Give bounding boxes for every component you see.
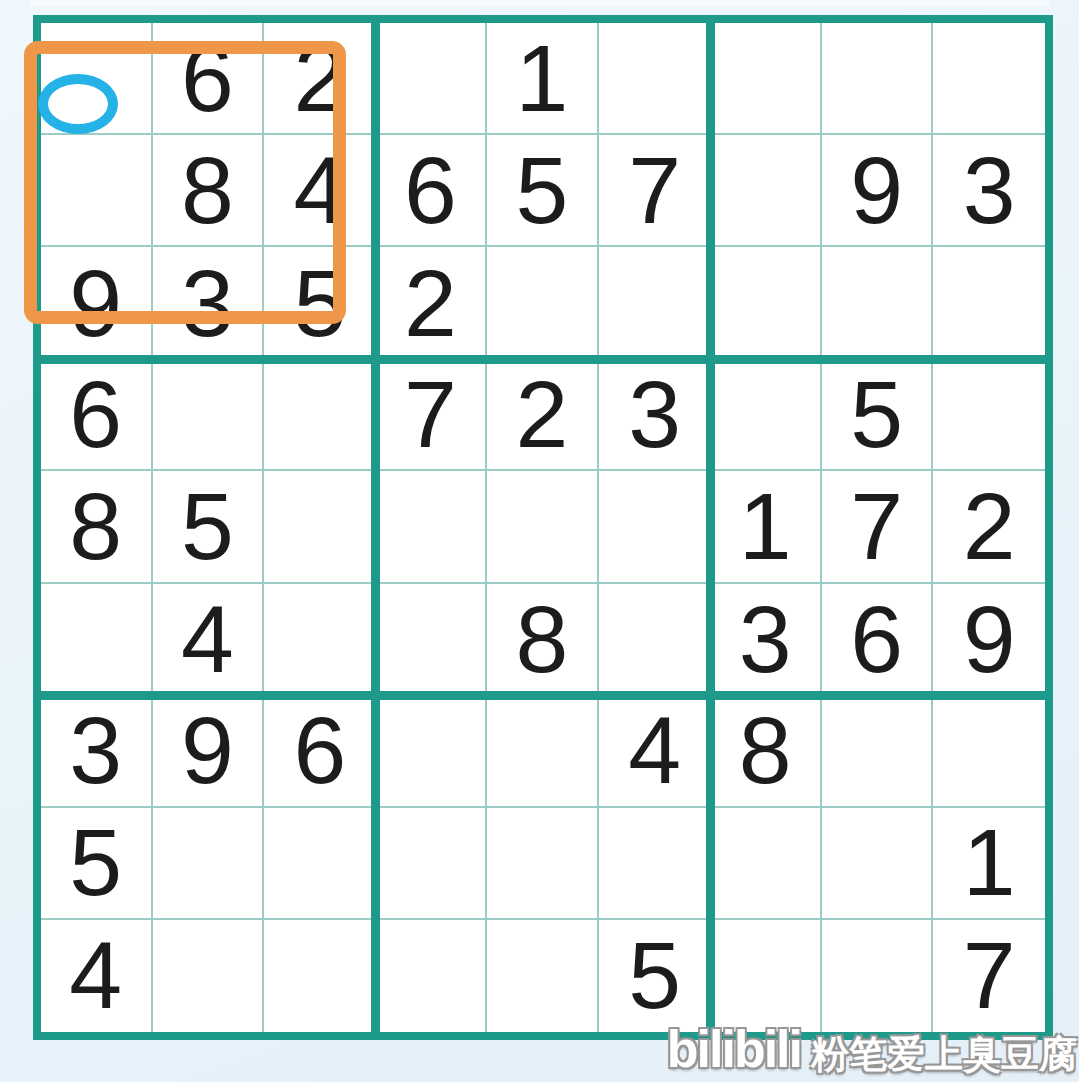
cell-r1c6[interactable] [599, 23, 711, 135]
cell-r4c6[interactable]: 3 [599, 359, 711, 471]
cell-r6c6[interactable] [599, 584, 711, 696]
cell-r7c5[interactable] [487, 696, 599, 808]
cell-r6c4[interactable] [376, 584, 488, 696]
cell-r6c8[interactable]: 6 [822, 584, 934, 696]
cell-r5c7[interactable]: 1 [710, 471, 822, 583]
cell-r9c9[interactable]: 7 [933, 920, 1045, 1032]
cell-r2c9[interactable]: 3 [933, 135, 1045, 247]
cell-r5c3[interactable] [264, 471, 376, 583]
cell-r4c8[interactable]: 5 [822, 359, 934, 471]
cell-r9c7[interactable] [710, 920, 822, 1032]
cell-r6c2[interactable]: 4 [153, 584, 265, 696]
cell-r9c6[interactable]: 5 [599, 920, 711, 1032]
cropped-row-sliver [30, 0, 1050, 6]
cell-r4c3[interactable] [264, 359, 376, 471]
cell-r3c8[interactable] [822, 247, 934, 359]
cell-r5c9[interactable]: 2 [933, 471, 1045, 583]
cell-r5c4[interactable] [376, 471, 488, 583]
cell-r6c5[interactable]: 8 [487, 584, 599, 696]
cell-r1c8[interactable] [822, 23, 934, 135]
cell-r3c7[interactable] [710, 247, 822, 359]
cell-r3c5[interactable] [487, 247, 599, 359]
cell-r2c8[interactable]: 9 [822, 135, 934, 247]
cell-r8c3[interactable] [264, 808, 376, 920]
box-divider-horizontal-1 [41, 355, 1045, 364]
cell-r6c7[interactable]: 3 [710, 584, 822, 696]
cell-r1c9[interactable] [933, 23, 1045, 135]
cell-r1c5[interactable]: 1 [487, 23, 599, 135]
cell-r7c3[interactable]: 6 [264, 696, 376, 808]
cell-r7c9[interactable] [933, 696, 1045, 808]
cell-r8c1[interactable]: 5 [41, 808, 153, 920]
cell-r4c5[interactable]: 2 [487, 359, 599, 471]
cell-r6c1[interactable] [41, 584, 153, 696]
cell-r4c1[interactable]: 6 [41, 359, 153, 471]
cell-r6c9[interactable]: 9 [933, 584, 1045, 696]
cell-r2c6[interactable]: 7 [599, 135, 711, 247]
cell-r4c7[interactable] [710, 359, 822, 471]
box-divider-vertical-1 [371, 23, 380, 1032]
watermark-text: 粉笔爱上臭豆腐 [811, 1029, 1077, 1080]
cell-r3c9[interactable] [933, 247, 1045, 359]
cell-r7c2[interactable]: 9 [153, 696, 265, 808]
sudoku-screenshot: 621846579393526723585172483693964851457 … [0, 0, 1079, 1082]
cell-r8c4[interactable] [376, 808, 488, 920]
cell-r6c3[interactable] [264, 584, 376, 696]
cell-r7c4[interactable] [376, 696, 488, 808]
cell-r5c8[interactable]: 7 [822, 471, 934, 583]
cell-r8c2[interactable] [153, 808, 265, 920]
cell-r8c5[interactable] [487, 808, 599, 920]
cell-r9c1[interactable]: 4 [41, 920, 153, 1032]
cell-r9c4[interactable] [376, 920, 488, 1032]
cell-r5c1[interactable]: 8 [41, 471, 153, 583]
cell-r8c6[interactable] [599, 808, 711, 920]
cell-r1c7[interactable] [710, 23, 822, 135]
watermark: bilibili 粉笔爱上臭豆腐 [667, 1019, 1077, 1080]
blue-circle-annotation [38, 74, 118, 134]
cell-r7c6[interactable]: 4 [599, 696, 711, 808]
cell-r9c5[interactable] [487, 920, 599, 1032]
cell-r4c4[interactable]: 7 [376, 359, 488, 471]
cell-r2c7[interactable] [710, 135, 822, 247]
cell-r1c4[interactable] [376, 23, 488, 135]
bilibili-logo: bilibili [667, 1019, 801, 1079]
cell-r7c1[interactable]: 3 [41, 696, 153, 808]
cell-r7c7[interactable]: 8 [710, 696, 822, 808]
cell-r8c8[interactable] [822, 808, 934, 920]
box-divider-horizontal-2 [41, 691, 1045, 700]
cell-r4c2[interactable] [153, 359, 265, 471]
cell-r2c4[interactable]: 6 [376, 135, 488, 247]
cell-r9c2[interactable] [153, 920, 265, 1032]
cell-r4c9[interactable] [933, 359, 1045, 471]
cell-r8c7[interactable] [710, 808, 822, 920]
box-divider-vertical-2 [706, 23, 715, 1032]
cell-r5c6[interactable] [599, 471, 711, 583]
cell-r9c8[interactable] [822, 920, 934, 1032]
cell-r2c5[interactable]: 5 [487, 135, 599, 247]
cell-r5c2[interactable]: 5 [153, 471, 265, 583]
cell-r5c5[interactable] [487, 471, 599, 583]
cell-r3c4[interactable]: 2 [376, 247, 488, 359]
cell-r3c6[interactable] [599, 247, 711, 359]
cell-r9c3[interactable] [264, 920, 376, 1032]
cell-r7c8[interactable] [822, 696, 934, 808]
cell-r8c9[interactable]: 1 [933, 808, 1045, 920]
